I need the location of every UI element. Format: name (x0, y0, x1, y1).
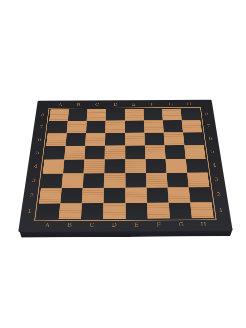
square-b5 (65, 146, 86, 159)
square-e2 (125, 188, 146, 203)
rank-label-8: 8 (199, 108, 215, 120)
rank-label-8: 8 (35, 109, 51, 121)
square-d3 (104, 173, 125, 187)
rank-label-3: 3 (208, 172, 226, 187)
square-g1 (169, 203, 192, 219)
square-h2 (189, 187, 212, 202)
square-b1 (59, 203, 82, 219)
square-c5 (85, 146, 105, 159)
file-label-g: G (170, 218, 193, 231)
file-label-a: A (35, 219, 59, 232)
file-label-a: A (51, 101, 70, 110)
square-c7 (86, 121, 105, 133)
rank-label-7: 7 (33, 121, 49, 133)
file-label-e: E (125, 219, 148, 232)
rank-label-4: 4 (27, 159, 44, 173)
square-f3 (146, 173, 167, 187)
rank-label-4: 4 (206, 158, 224, 172)
square-b3 (62, 173, 83, 187)
square-c4 (84, 159, 105, 173)
square-a4 (43, 160, 64, 174)
square-b4 (63, 159, 84, 173)
square-h8 (181, 108, 201, 120)
rank-label-2: 2 (22, 188, 40, 203)
square-a1 (37, 203, 60, 219)
file-label-f: F (143, 100, 162, 109)
square-d2 (104, 188, 125, 203)
file-label-c: C (80, 219, 103, 232)
square-d5 (105, 146, 125, 159)
rank-label-1: 1 (20, 203, 39, 219)
square-d7 (106, 121, 125, 133)
file-label-h: H (192, 218, 216, 231)
rank-label-2: 2 (210, 187, 229, 202)
square-g4 (166, 159, 187, 173)
square-c1 (81, 203, 103, 219)
square-g8 (162, 109, 181, 121)
square-e3 (125, 173, 146, 187)
chessboard: ABCDEFGH ABCDEFGH 87654321 87654321 (18, 100, 232, 232)
square-h5 (185, 145, 206, 158)
square-f4 (145, 159, 166, 173)
square-e8 (125, 109, 144, 121)
file-label-d: D (103, 219, 126, 232)
square-e1 (126, 203, 148, 219)
square-g5 (165, 145, 186, 158)
square-f2 (147, 188, 169, 203)
square-d8 (106, 109, 125, 121)
file-label-h: H (179, 100, 198, 109)
square-d1 (103, 203, 125, 219)
rank-label-6: 6 (31, 133, 48, 146)
file-label-c: C (88, 100, 107, 109)
square-f6 (144, 133, 164, 146)
square-e7 (125, 121, 144, 133)
square-e4 (125, 159, 145, 173)
square-a8 (49, 109, 69, 121)
file-label-b: B (69, 101, 88, 110)
square-c6 (86, 133, 106, 146)
square-b6 (66, 133, 86, 146)
rank-label-3: 3 (25, 173, 43, 188)
product-photo: ABCDEFGH ABCDEFGH 87654321 87654321 (0, 0, 246, 328)
file-label-g: G (161, 100, 180, 109)
square-a2 (39, 188, 62, 203)
square-b8 (68, 109, 87, 121)
square-h7 (182, 120, 202, 132)
square-h4 (186, 159, 208, 173)
square-f7 (144, 120, 163, 132)
file-label-d: D (106, 100, 125, 109)
square-g7 (163, 120, 183, 132)
square-d4 (105, 159, 125, 173)
square-f1 (147, 203, 169, 219)
square-e5 (125, 146, 145, 159)
square-c8 (87, 109, 106, 121)
square-f5 (145, 146, 165, 159)
rank-label-6: 6 (202, 132, 219, 145)
square-a6 (46, 133, 66, 146)
square-a7 (48, 121, 68, 133)
square-g3 (167, 173, 189, 187)
file-labels-bottom: ABCDEFGH (35, 218, 215, 232)
square-c3 (83, 173, 104, 187)
file-label-f: F (147, 218, 170, 231)
rank-label-1: 1 (212, 202, 231, 218)
square-a5 (44, 146, 65, 159)
square-h1 (191, 203, 214, 219)
file-label-e: E (125, 100, 144, 109)
square-d6 (105, 133, 124, 146)
square-f8 (143, 109, 162, 121)
square-h6 (183, 133, 204, 146)
rank-label-5: 5 (29, 146, 46, 159)
square-c2 (82, 188, 104, 203)
square-b7 (67, 121, 87, 133)
rank-label-5: 5 (204, 145, 221, 158)
rank-label-7: 7 (200, 120, 216, 132)
square-b2 (61, 188, 83, 203)
square-g6 (164, 133, 184, 146)
square-h3 (187, 173, 209, 187)
playing-area (37, 108, 214, 219)
file-label-b: B (58, 219, 81, 232)
square-e6 (125, 133, 144, 146)
square-g2 (168, 187, 190, 202)
square-a3 (41, 174, 63, 188)
